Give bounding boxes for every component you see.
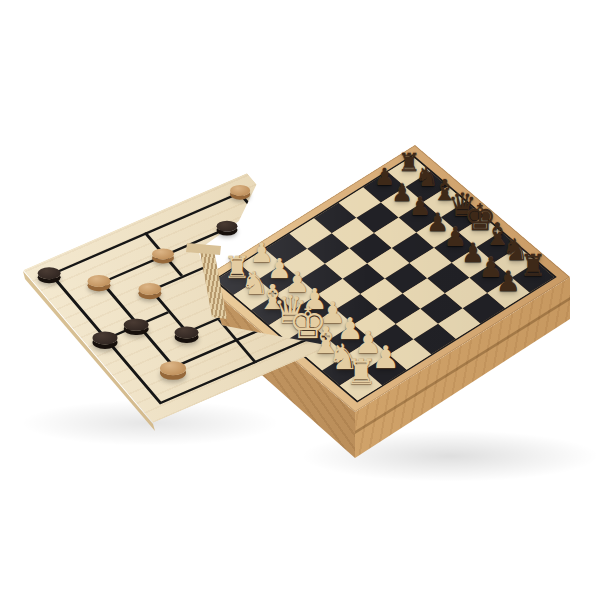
mill-counter-wood[interactable] — [88, 275, 111, 287]
chess-piece-black-pawn[interactable]: ♟ — [496, 268, 521, 296]
mill-counter-black[interactable] — [38, 267, 61, 279]
mill-counter-black[interactable] — [216, 221, 237, 232]
product-photo-scene: ♜♞♟♝♟♛♟♚♟♝♟♞♟♟♜♟♟♜♟♟♞♟♝♟♛♟♚♟♝♟♞♜ — [0, 0, 600, 600]
mill-counter-black[interactable] — [92, 332, 117, 345]
mill-counter-black[interactable] — [124, 318, 149, 331]
chess-piece-black-rook[interactable]: ♜ — [520, 251, 547, 281]
mill-counter-wood[interactable] — [160, 361, 186, 375]
mill-counter-black[interactable] — [174, 326, 199, 339]
chess-piece-white-rook[interactable]: ♜ — [345, 354, 376, 389]
